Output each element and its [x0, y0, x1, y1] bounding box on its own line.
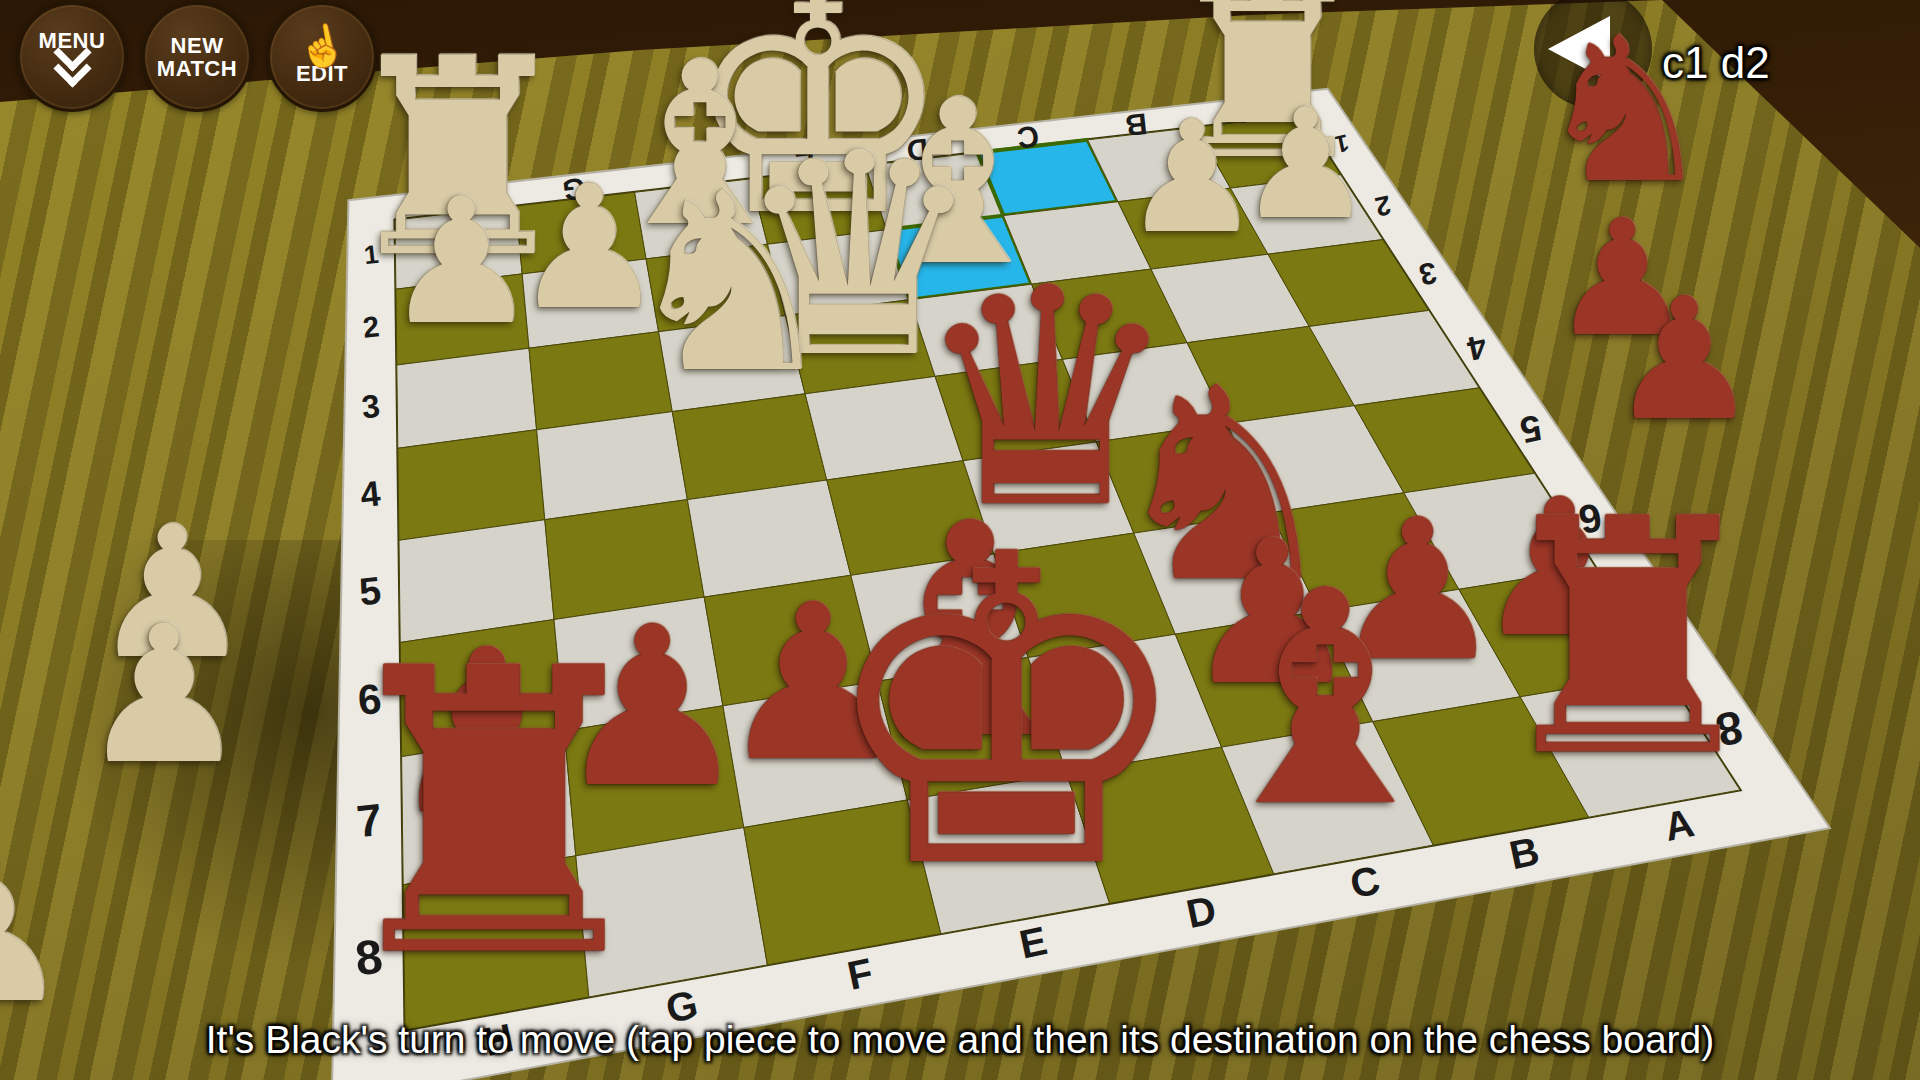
- app-stage: 1122334455667788HHGGFFEEDDCCBBAA ♜♚♝♜♟♟♝…: [0, 0, 1920, 1080]
- chevron-down-icon: [57, 55, 87, 85]
- red-king-e8[interactable]: ♚: [793, 501, 1219, 927]
- captured-red-pawn[interactable]: ♟: [1600, 276, 1768, 444]
- captured-red-knight[interactable]: ♞: [1525, 11, 1725, 211]
- new-match-button[interactable]: NEW MATCH: [142, 2, 252, 112]
- red-bishop-c8[interactable]: ♝: [1178, 553, 1473, 848]
- captured-white-pawn[interactable]: ♟: [0, 827, 85, 1032]
- white-knight-f3[interactable]: ♞: [607, 160, 854, 407]
- white-pawn-h2[interactable]: ♟: [374, 175, 548, 349]
- captured-white-pawn[interactable]: ♟: [69, 601, 259, 791]
- new-match-label-line1: NEW: [171, 34, 224, 57]
- new-match-label-line2: MATCH: [157, 57, 237, 80]
- rank-label-left-3: 3: [360, 388, 382, 426]
- red-rook-a8[interactable]: ♜: [1466, 477, 1790, 801]
- turn-caption: It's Black's turn to move (tap piece to …: [0, 1018, 1920, 1062]
- red-rook-h8[interactable]: ♜: [298, 618, 690, 1010]
- menu-button[interactable]: MENU: [17, 2, 127, 112]
